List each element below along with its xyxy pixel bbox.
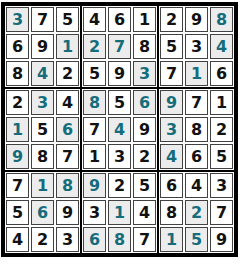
- sudoku-cell-r4c3-solved[interactable]: 4: [56, 90, 79, 115]
- sudoku-cell-r1c9-given[interactable]: 8: [210, 7, 233, 32]
- sudoku-cell-r3c9-solved[interactable]: 6: [210, 61, 233, 86]
- sudoku-cell-r6c5-solved[interactable]: 3: [108, 144, 131, 169]
- sudoku-cell-r4c5-solved[interactable]: 5: [108, 90, 131, 115]
- sudoku-box-4: 234156987: [4, 88, 81, 171]
- sudoku-cell-r5c3-given[interactable]: 6: [56, 117, 79, 142]
- sudoku-cell-r6c7-given[interactable]: 4: [160, 144, 183, 169]
- sudoku-cell-r5c9-solved[interactable]: 2: [210, 117, 233, 142]
- sudoku-cell-r9c2-solved[interactable]: 2: [31, 227, 54, 252]
- sudoku-cell-r7c5-solved[interactable]: 2: [108, 173, 131, 198]
- sudoku-cell-r1c3-solved[interactable]: 5: [56, 7, 79, 32]
- sudoku-cell-r8c6-solved[interactable]: 4: [133, 200, 156, 225]
- sudoku-cell-r5c5-given[interactable]: 4: [108, 117, 131, 142]
- sudoku-cell-r9c4-given[interactable]: 6: [83, 227, 106, 252]
- sudoku-cell-r2c7-solved[interactable]: 5: [160, 34, 183, 59]
- sudoku-cell-r7c2-given[interactable]: 1: [31, 173, 54, 198]
- sudoku-cell-r1c8-solved[interactable]: 9: [185, 7, 208, 32]
- sudoku-cell-r3c2-given[interactable]: 4: [31, 61, 54, 86]
- sudoku-cell-r9c8-given[interactable]: 5: [185, 227, 208, 252]
- sudoku-box-3: 298534716: [158, 5, 235, 88]
- sudoku-cell-r6c1-given[interactable]: 9: [6, 144, 29, 169]
- sudoku-cell-r9c7-given[interactable]: 1: [160, 227, 183, 252]
- sudoku-box-5: 856749132: [81, 88, 158, 171]
- sudoku-cell-r5c4-solved[interactable]: 7: [83, 117, 106, 142]
- sudoku-cell-r4c1-solved[interactable]: 2: [6, 90, 29, 115]
- sudoku-cell-r1c6-solved[interactable]: 1: [133, 7, 156, 32]
- sudoku-cell-r7c1-solved[interactable]: 7: [6, 173, 29, 198]
- sudoku-box-7: 718569423: [4, 171, 81, 254]
- sudoku-cell-r7c8-solved[interactable]: 4: [185, 173, 208, 198]
- sudoku-cell-r9c6-solved[interactable]: 7: [133, 227, 156, 252]
- sudoku-page: 3756918424612785932985347162341569878567…: [0, 0, 240, 259]
- sudoku-cell-r6c8-solved[interactable]: 6: [185, 144, 208, 169]
- sudoku-cell-r8c1-solved[interactable]: 5: [6, 200, 29, 225]
- sudoku-cell-r4c8-solved[interactable]: 7: [185, 90, 208, 115]
- sudoku-cell-r9c1-solved[interactable]: 4: [6, 227, 29, 252]
- sudoku-box-2: 461278593: [81, 5, 158, 88]
- sudoku-cell-r5c8-solved[interactable]: 8: [185, 117, 208, 142]
- sudoku-cell-r8c7-solved[interactable]: 8: [160, 200, 183, 225]
- sudoku-box-6: 971382465: [158, 88, 235, 171]
- sudoku-cell-r2c8-solved[interactable]: 3: [185, 34, 208, 59]
- sudoku-cell-r4c9-solved[interactable]: 1: [210, 90, 233, 115]
- sudoku-cell-r3c6-given[interactable]: 3: [133, 61, 156, 86]
- sudoku-cell-r7c6-solved[interactable]: 5: [133, 173, 156, 198]
- sudoku-cell-r2c6-solved[interactable]: 8: [133, 34, 156, 59]
- sudoku-cell-r8c2-given[interactable]: 6: [31, 200, 54, 225]
- sudoku-cell-r3c3-solved[interactable]: 2: [56, 61, 79, 86]
- sudoku-cell-r2c2-solved[interactable]: 9: [31, 34, 54, 59]
- sudoku-cell-r3c1-solved[interactable]: 8: [6, 61, 29, 86]
- sudoku-cell-r6c9-solved[interactable]: 5: [210, 144, 233, 169]
- sudoku-cell-r3c5-solved[interactable]: 9: [108, 61, 131, 86]
- sudoku-cell-r6c3-solved[interactable]: 7: [56, 144, 79, 169]
- sudoku-box-1: 375691842: [4, 5, 81, 88]
- sudoku-cell-r7c3-given[interactable]: 8: [56, 173, 79, 198]
- sudoku-cell-r7c9-solved[interactable]: 3: [210, 173, 233, 198]
- sudoku-cell-r3c8-given[interactable]: 1: [185, 61, 208, 86]
- sudoku-cell-r7c4-given[interactable]: 9: [83, 173, 106, 198]
- sudoku-box-9: 643827159: [158, 171, 235, 254]
- sudoku-cell-r3c7-solved[interactable]: 7: [160, 61, 183, 86]
- sudoku-cell-r1c5-solved[interactable]: 6: [108, 7, 131, 32]
- sudoku-cell-r8c4-solved[interactable]: 3: [83, 200, 106, 225]
- sudoku-cell-r9c3-solved[interactable]: 3: [56, 227, 79, 252]
- sudoku-cell-r9c9-solved[interactable]: 9: [210, 227, 233, 252]
- sudoku-cell-r6c6-solved[interactable]: 2: [133, 144, 156, 169]
- sudoku-cell-r9c5-given[interactable]: 8: [108, 227, 131, 252]
- sudoku-cell-r5c6-solved[interactable]: 9: [133, 117, 156, 142]
- sudoku-cell-r1c4-solved[interactable]: 4: [83, 7, 106, 32]
- sudoku-cell-r5c2-solved[interactable]: 5: [31, 117, 54, 142]
- sudoku-cell-r8c3-solved[interactable]: 9: [56, 200, 79, 225]
- sudoku-box-8: 925314687: [81, 171, 158, 254]
- sudoku-cell-r2c3-given[interactable]: 1: [56, 34, 79, 59]
- sudoku-cell-r8c5-given[interactable]: 1: [108, 200, 131, 225]
- sudoku-cell-r5c7-given[interactable]: 3: [160, 117, 183, 142]
- sudoku-cell-r4c6-given[interactable]: 6: [133, 90, 156, 115]
- sudoku-cell-r6c2-solved[interactable]: 8: [31, 144, 54, 169]
- sudoku-cell-r5c1-given[interactable]: 1: [6, 117, 29, 142]
- sudoku-cell-r8c9-solved[interactable]: 7: [210, 200, 233, 225]
- sudoku-cell-r1c1-given[interactable]: 3: [6, 7, 29, 32]
- sudoku-cell-r2c9-given[interactable]: 4: [210, 34, 233, 59]
- sudoku-cell-r8c8-given[interactable]: 2: [185, 200, 208, 225]
- sudoku-cell-r2c5-given[interactable]: 7: [108, 34, 131, 59]
- sudoku-cell-r4c2-given[interactable]: 3: [31, 90, 54, 115]
- sudoku-cell-r4c7-given[interactable]: 9: [160, 90, 183, 115]
- sudoku-cell-r3c4-solved[interactable]: 5: [83, 61, 106, 86]
- sudoku-cell-r6c4-solved[interactable]: 1: [83, 144, 106, 169]
- sudoku-cell-r1c7-solved[interactable]: 2: [160, 7, 183, 32]
- sudoku-cell-r7c7-solved[interactable]: 6: [160, 173, 183, 198]
- sudoku-cell-r2c1-solved[interactable]: 6: [6, 34, 29, 59]
- sudoku-board: 3756918424612785932985347162341569878567…: [1, 2, 238, 257]
- sudoku-cell-r2c4-given[interactable]: 2: [83, 34, 106, 59]
- sudoku-cell-r4c4-given[interactable]: 8: [83, 90, 106, 115]
- sudoku-cell-r1c2-solved[interactable]: 7: [31, 7, 54, 32]
